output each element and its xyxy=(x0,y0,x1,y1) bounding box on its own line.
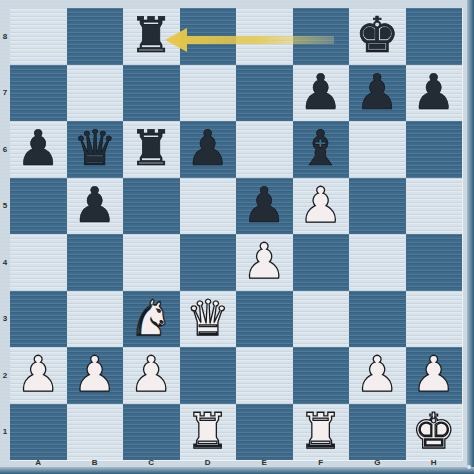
white-pawn-b2: ♟ xyxy=(73,347,117,403)
square-e2 xyxy=(236,347,293,404)
square-a2: ♟ xyxy=(10,347,67,404)
black-pawn-h7: ♟ xyxy=(412,65,456,121)
black-rook-c6: ♜ xyxy=(129,121,173,177)
square-g4 xyxy=(349,234,406,291)
file-label-d: D xyxy=(180,458,237,467)
rank-label-6: 6 xyxy=(0,121,10,178)
file-labels: ABCDEFGH xyxy=(10,458,462,467)
square-d2 xyxy=(180,347,237,404)
black-pawn-e5: ♟ xyxy=(242,178,286,234)
square-g6 xyxy=(349,121,406,178)
white-pawn-h2: ♟ xyxy=(412,347,456,403)
square-a1 xyxy=(10,404,67,461)
black-pawn-g7: ♟ xyxy=(355,65,399,121)
file-label-b: B xyxy=(67,458,124,467)
square-f5: ♟ xyxy=(293,178,350,235)
frame-bottom-shadow xyxy=(0,467,474,474)
square-h7: ♟ xyxy=(406,65,463,122)
square-f7: ♟ xyxy=(293,65,350,122)
rank-label-2: 2 xyxy=(0,347,10,404)
square-e7 xyxy=(236,65,293,122)
square-c1 xyxy=(123,404,180,461)
square-h6 xyxy=(406,121,463,178)
square-b8 xyxy=(67,8,124,65)
white-rook-d1: ♜ xyxy=(186,404,230,460)
black-pawn-f7: ♟ xyxy=(299,65,343,121)
square-b1 xyxy=(67,404,124,461)
black-rook-c8: ♜ xyxy=(129,8,173,64)
rank-label-8: 8 xyxy=(0,8,10,65)
square-h3 xyxy=(406,291,463,348)
square-b7 xyxy=(67,65,124,122)
white-pawn-g2: ♟ xyxy=(355,347,399,403)
white-knight-c3: ♞ xyxy=(129,291,173,347)
square-c3: ♞ xyxy=(123,291,180,348)
square-a6: ♟ xyxy=(10,121,67,178)
square-c6: ♜ xyxy=(123,121,180,178)
square-d8 xyxy=(180,8,237,65)
file-label-c: C xyxy=(123,458,180,467)
square-h1: ♚ xyxy=(406,404,463,461)
square-f3 xyxy=(293,291,350,348)
file-label-f: F xyxy=(293,458,350,467)
black-queen-b6: ♛ xyxy=(73,121,117,177)
square-b3 xyxy=(67,291,124,348)
black-pawn-d6: ♟ xyxy=(186,121,230,177)
square-a4 xyxy=(10,234,67,291)
rank-labels: 87654321 xyxy=(0,8,10,460)
square-f2 xyxy=(293,347,350,404)
square-b5: ♟ xyxy=(67,178,124,235)
white-pawn-f5: ♟ xyxy=(299,178,343,234)
rank-label-5: 5 xyxy=(0,178,10,235)
square-g2: ♟ xyxy=(349,347,406,404)
square-e1 xyxy=(236,404,293,461)
square-b2: ♟ xyxy=(67,347,124,404)
square-e4: ♟ xyxy=(236,234,293,291)
square-d1: ♜ xyxy=(180,404,237,461)
square-g8: ♚ xyxy=(349,8,406,65)
black-pawn-b5: ♟ xyxy=(73,178,117,234)
square-c7 xyxy=(123,65,180,122)
white-pawn-c2: ♟ xyxy=(129,347,173,403)
square-d5 xyxy=(180,178,237,235)
square-d7 xyxy=(180,65,237,122)
frame-right-shadow xyxy=(467,0,474,474)
square-b6: ♛ xyxy=(67,121,124,178)
square-h2: ♟ xyxy=(406,347,463,404)
square-g3 xyxy=(349,291,406,348)
square-a7 xyxy=(10,65,67,122)
square-h4 xyxy=(406,234,463,291)
square-h8 xyxy=(406,8,463,65)
white-pawn-e4: ♟ xyxy=(242,234,286,290)
square-f1: ♜ xyxy=(293,404,350,461)
square-c2: ♟ xyxy=(123,347,180,404)
square-h5 xyxy=(406,178,463,235)
square-d4 xyxy=(180,234,237,291)
white-king-h1: ♚ xyxy=(412,404,456,460)
square-e8 xyxy=(236,8,293,65)
black-pawn-a6: ♟ xyxy=(16,121,60,177)
square-f6: ♝ xyxy=(293,121,350,178)
rank-label-4: 4 xyxy=(0,234,10,291)
square-a8 xyxy=(10,8,67,65)
chess-diagram: ♜♚♟♟♟♟♛♜♟♝♟♟♟♟♞♛♟♟♟♟♟♜♜♚ 87654321 ABCDEF… xyxy=(0,0,474,474)
square-g7: ♟ xyxy=(349,65,406,122)
square-f4 xyxy=(293,234,350,291)
square-f8 xyxy=(293,8,350,65)
black-bishop-f6: ♝ xyxy=(299,121,343,177)
square-e3 xyxy=(236,291,293,348)
file-label-g: G xyxy=(349,458,406,467)
black-king-g8: ♚ xyxy=(355,8,399,64)
frame-corner-dot xyxy=(467,465,471,469)
square-e5: ♟ xyxy=(236,178,293,235)
rank-label-7: 7 xyxy=(0,65,10,122)
square-a5 xyxy=(10,178,67,235)
chess-board: ♜♚♟♟♟♟♛♜♟♝♟♟♟♟♞♛♟♟♟♟♟♜♜♚ xyxy=(10,8,462,460)
file-label-e: E xyxy=(236,458,293,467)
square-g5 xyxy=(349,178,406,235)
square-c4 xyxy=(123,234,180,291)
white-pawn-a2: ♟ xyxy=(16,347,60,403)
file-label-a: A xyxy=(10,458,67,467)
square-e6 xyxy=(236,121,293,178)
square-b4 xyxy=(67,234,124,291)
rank-label-3: 3 xyxy=(0,291,10,348)
square-a3 xyxy=(10,291,67,348)
square-d6: ♟ xyxy=(180,121,237,178)
square-d3: ♛ xyxy=(180,291,237,348)
square-g1 xyxy=(349,404,406,461)
square-c5 xyxy=(123,178,180,235)
square-c8: ♜ xyxy=(123,8,180,65)
file-label-h: H xyxy=(406,458,463,467)
rank-label-1: 1 xyxy=(0,404,10,461)
white-rook-f1: ♜ xyxy=(299,404,343,460)
white-queen-d3: ♛ xyxy=(186,291,230,347)
